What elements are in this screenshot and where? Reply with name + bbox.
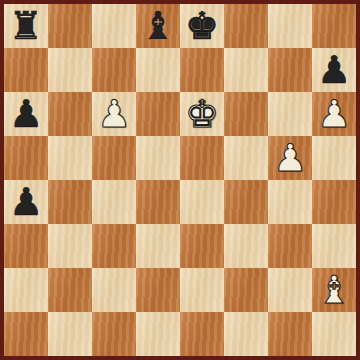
square-f4[interactable] (224, 180, 268, 224)
piece-black-pawn-a4[interactable]: ♟ (9, 180, 43, 224)
square-d6[interactable] (136, 92, 180, 136)
square-c4[interactable] (92, 180, 136, 224)
square-d3[interactable] (136, 224, 180, 268)
square-c7[interactable] (92, 48, 136, 92)
square-e4[interactable] (180, 180, 224, 224)
square-g1[interactable] (268, 312, 312, 356)
piece-white-bishop-h2[interactable]: ♝ (317, 268, 351, 312)
square-d8[interactable]: ♝ (136, 4, 180, 48)
piece-black-rook-a8[interactable]: ♜ (9, 4, 43, 48)
square-e2[interactable] (180, 268, 224, 312)
square-d1[interactable] (136, 312, 180, 356)
square-b5[interactable] (48, 136, 92, 180)
square-g8[interactable] (268, 4, 312, 48)
square-g7[interactable] (268, 48, 312, 92)
square-d5[interactable] (136, 136, 180, 180)
square-h2[interactable]: ♝ (312, 268, 356, 312)
square-f3[interactable] (224, 224, 268, 268)
square-g3[interactable] (268, 224, 312, 268)
square-f6[interactable] (224, 92, 268, 136)
square-b3[interactable] (48, 224, 92, 268)
square-g6[interactable] (268, 92, 312, 136)
square-h3[interactable] (312, 224, 356, 268)
piece-white-king-e6[interactable]: ♚ (185, 92, 219, 136)
piece-white-pawn-g5[interactable]: ♟ (273, 136, 307, 180)
square-e8[interactable]: ♚ (180, 4, 224, 48)
square-c6[interactable]: ♟ (92, 92, 136, 136)
square-b7[interactable] (48, 48, 92, 92)
square-a4[interactable]: ♟ (4, 180, 48, 224)
square-f7[interactable] (224, 48, 268, 92)
square-a8[interactable]: ♜ (4, 4, 48, 48)
square-a1[interactable] (4, 312, 48, 356)
square-f5[interactable] (224, 136, 268, 180)
square-f8[interactable] (224, 4, 268, 48)
square-c3[interactable] (92, 224, 136, 268)
square-d7[interactable] (136, 48, 180, 92)
square-b8[interactable] (48, 4, 92, 48)
square-b4[interactable] (48, 180, 92, 224)
piece-black-pawn-h7[interactable]: ♟ (317, 48, 351, 92)
piece-black-pawn-a6[interactable]: ♟ (9, 92, 43, 136)
square-c5[interactable] (92, 136, 136, 180)
square-c8[interactable] (92, 4, 136, 48)
piece-black-bishop-d8[interactable]: ♝ (141, 4, 175, 48)
square-h6[interactable]: ♟ (312, 92, 356, 136)
square-c2[interactable] (92, 268, 136, 312)
square-a3[interactable] (4, 224, 48, 268)
square-d2[interactable] (136, 268, 180, 312)
square-a6[interactable]: ♟ (4, 92, 48, 136)
square-e1[interactable] (180, 312, 224, 356)
square-g5[interactable]: ♟ (268, 136, 312, 180)
square-e5[interactable] (180, 136, 224, 180)
square-a5[interactable] (4, 136, 48, 180)
square-g2[interactable] (268, 268, 312, 312)
square-f2[interactable] (224, 268, 268, 312)
square-h7[interactable]: ♟ (312, 48, 356, 92)
square-a7[interactable] (4, 48, 48, 92)
piece-black-king-e8[interactable]: ♚ (185, 4, 219, 48)
square-e3[interactable] (180, 224, 224, 268)
piece-white-pawn-h6[interactable]: ♟ (317, 92, 351, 136)
square-e6[interactable]: ♚ (180, 92, 224, 136)
square-c1[interactable] (92, 312, 136, 356)
square-h5[interactable] (312, 136, 356, 180)
square-b6[interactable] (48, 92, 92, 136)
square-e7[interactable] (180, 48, 224, 92)
square-d4[interactable] (136, 180, 180, 224)
square-f1[interactable] (224, 312, 268, 356)
square-h4[interactable] (312, 180, 356, 224)
chess-board: ♜♝♚♟♟♟♚♟♟♟♝ (0, 0, 360, 360)
square-a2[interactable] (4, 268, 48, 312)
square-b2[interactable] (48, 268, 92, 312)
chessboard-container: ♜♝♚♟♟♟♚♟♟♟♝ (0, 0, 360, 360)
square-h8[interactable] (312, 4, 356, 48)
piece-white-pawn-c6[interactable]: ♟ (97, 92, 131, 136)
square-b1[interactable] (48, 312, 92, 356)
square-g4[interactable] (268, 180, 312, 224)
square-h1[interactable] (312, 312, 356, 356)
